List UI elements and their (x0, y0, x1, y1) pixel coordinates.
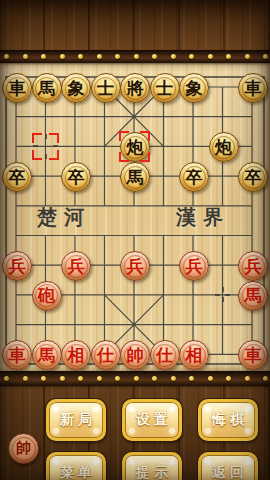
piece-black-f2r0[interactable]: 馬 (32, 73, 62, 103)
piece-glyph: 砲 (38, 287, 55, 304)
gold-stud (97, 376, 102, 381)
piece-glyph: 士 (97, 80, 114, 97)
piece-black-f3r0[interactable]: 象 (61, 73, 91, 103)
piece-glyph: 仕 (97, 347, 114, 364)
piece-glyph: 炮 (215, 139, 232, 156)
gold-stud (41, 54, 46, 59)
gold-stud (115, 54, 120, 59)
piece-glyph: 相 (186, 347, 203, 364)
settings-button[interactable]: 设置 (122, 399, 182, 441)
piece-black-f5r3[interactable]: 馬 (120, 162, 150, 192)
hint-button[interactable]: 提示 (122, 452, 182, 480)
piece-red-f2r9[interactable]: 馬 (32, 340, 62, 370)
gold-stud (263, 54, 268, 59)
piece-red-f9r7[interactable]: 馬 (238, 281, 268, 311)
piece-glyph: 象 (68, 80, 85, 97)
piece-glyph: 兵 (9, 258, 26, 275)
piece-glyph: 車 (9, 80, 26, 97)
piece-glyph: 士 (156, 80, 173, 97)
piece-glyph: 卒 (245, 169, 262, 186)
gold-stud (208, 376, 213, 381)
gold-stud (134, 54, 139, 59)
gold-stud (60, 54, 65, 59)
piece-glyph: 兵 (127, 258, 144, 275)
gold-stud (245, 54, 250, 59)
piece-black-f4r0[interactable]: 士 (91, 73, 121, 103)
xiangqi-board[interactable]: 楚河 漢界 車馬象士將士象車炮炮卒卒馬卒卒兵兵兵兵兵砲馬車馬相仕帥仕相車 (0, 63, 270, 371)
piece-glyph: 車 (245, 80, 262, 97)
top-stud-rail (0, 50, 270, 63)
gold-stud (152, 376, 157, 381)
river-label-left: 楚河 (37, 204, 91, 231)
piece-glyph: 兵 (186, 258, 203, 275)
river-label-right: 漢界 (176, 204, 230, 231)
gold-stud (23, 54, 28, 59)
piece-glyph: 相 (68, 347, 85, 364)
piece-glyph: 炮 (127, 139, 144, 156)
turn-indicator-piece: 帥 (8, 433, 39, 464)
gold-stud (152, 54, 157, 59)
gold-stud (189, 54, 194, 59)
menu-button[interactable]: 菜单 (46, 452, 106, 480)
piece-red-f4r9[interactable]: 仕 (91, 340, 121, 370)
piece-red-f9r6[interactable]: 兵 (238, 251, 268, 281)
gold-stud (134, 376, 139, 381)
gold-stud (4, 376, 9, 381)
piece-glyph: 卒 (9, 169, 26, 186)
gold-stud (4, 54, 9, 59)
piece-glyph: 將 (127, 80, 144, 97)
piece-glyph: 帥 (127, 347, 144, 364)
piece-red-f7r6[interactable]: 兵 (179, 251, 209, 281)
gold-stud (226, 376, 231, 381)
piece-red-f3r6[interactable]: 兵 (61, 251, 91, 281)
piece-glyph: 仕 (156, 347, 173, 364)
piece-glyph: 車 (245, 347, 262, 364)
undo-button[interactable]: 悔棋 (198, 399, 258, 441)
piece-glyph: 兵 (68, 258, 85, 275)
piece-glyph: 卒 (186, 169, 203, 186)
gold-stud (245, 376, 250, 381)
piece-glyph: 卒 (68, 169, 85, 186)
gold-stud (23, 376, 28, 381)
piece-glyph: 馬 (127, 169, 144, 186)
gold-stud (208, 54, 213, 59)
piece-black-f7r3[interactable]: 卒 (179, 162, 209, 192)
xiangqi-game-screen: 楚河 漢界 車馬象士將士象車炮炮卒卒馬卒卒兵兵兵兵兵砲馬車馬相仕帥仕相車 帥 新… (0, 0, 270, 480)
piece-glyph: 兵 (245, 258, 262, 275)
piece-black-f7r0[interactable]: 象 (179, 73, 209, 103)
piece-glyph: 馬 (245, 287, 262, 304)
gold-stud (78, 376, 83, 381)
piece-black-f6r0[interactable]: 士 (150, 73, 180, 103)
gold-stud (263, 376, 268, 381)
piece-red-f6r9[interactable]: 仕 (150, 340, 180, 370)
gold-stud (115, 376, 120, 381)
piece-black-f9r0[interactable]: 車 (238, 73, 268, 103)
piece-glyph: 象 (186, 80, 203, 97)
piece-glyph: 馬 (38, 80, 55, 97)
gold-stud (171, 376, 176, 381)
piece-black-f5r0[interactable]: 將 (120, 73, 150, 103)
piece-red-f1r6[interactable]: 兵 (2, 251, 32, 281)
gold-stud (171, 54, 176, 59)
new-game-button[interactable]: 新局 (46, 399, 106, 441)
piece-glyph: 車 (9, 347, 26, 364)
gold-stud (41, 376, 46, 381)
gold-stud (60, 376, 65, 381)
piece-black-f8r2[interactable]: 炮 (209, 132, 239, 162)
piece-red-f2r7[interactable]: 砲 (32, 281, 62, 311)
button-panel: 新局 设置 悔棋 菜单 提示 返回 (46, 399, 258, 480)
piece-red-f5r6[interactable]: 兵 (120, 251, 150, 281)
back-button[interactable]: 返回 (198, 452, 258, 480)
gold-stud (189, 376, 194, 381)
piece-black-f1r3[interactable]: 卒 (2, 162, 32, 192)
piece-black-f3r3[interactable]: 卒 (61, 162, 91, 192)
gold-stud (78, 54, 83, 59)
turn-indicator-glyph: 帥 (16, 439, 31, 458)
gold-stud (97, 54, 102, 59)
piece-glyph: 馬 (38, 347, 55, 364)
piece-black-f9r3[interactable]: 卒 (238, 162, 268, 192)
bottom-stud-rail (0, 371, 270, 386)
piece-black-f1r0[interactable]: 車 (2, 73, 32, 103)
gold-stud (226, 54, 231, 59)
